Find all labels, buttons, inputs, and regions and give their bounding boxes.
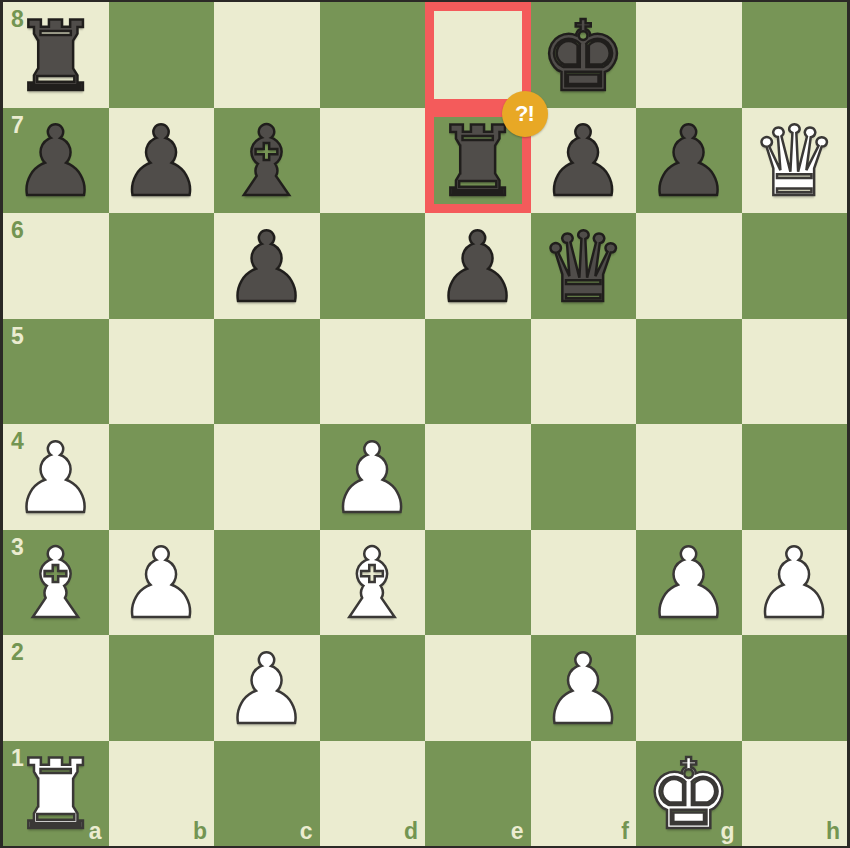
square-g6[interactable] — [636, 213, 742, 319]
square-a8[interactable]: 8♜ — [3, 2, 109, 108]
square-g1[interactable]: g♚ — [636, 741, 742, 847]
square-g7[interactable]: ♟ — [636, 108, 742, 214]
black-bishop-c7[interactable]: ♝ — [214, 108, 320, 214]
rank-label-4: 4 — [11, 428, 24, 455]
inaccuracy-badge-icon: ?! — [502, 91, 548, 137]
square-c7[interactable]: ♝ — [214, 108, 320, 214]
square-g4[interactable] — [636, 424, 742, 530]
square-b5[interactable] — [109, 319, 215, 425]
file-label-g: g — [720, 818, 734, 845]
square-d2[interactable] — [320, 635, 426, 741]
square-b2[interactable] — [109, 635, 215, 741]
black-pawn-g7[interactable]: ♟ — [636, 108, 742, 214]
square-c3[interactable] — [214, 530, 320, 636]
square-a2[interactable]: 2 — [3, 635, 109, 741]
square-c2[interactable]: ♟ — [214, 635, 320, 741]
square-h8[interactable] — [742, 2, 848, 108]
white-pawn-c2[interactable]: ♟ — [214, 635, 320, 741]
square-e3[interactable] — [425, 530, 531, 636]
square-d4[interactable]: ♟ — [320, 424, 426, 530]
square-b8[interactable] — [109, 2, 215, 108]
white-pawn-f2[interactable]: ♟ — [531, 635, 637, 741]
black-king-f8[interactable]: ♚ — [531, 2, 637, 108]
square-a3[interactable]: 3♝ — [3, 530, 109, 636]
square-e8[interactable] — [425, 2, 531, 108]
rank-label-2: 2 — [11, 639, 24, 666]
square-b1[interactable]: b — [109, 741, 215, 847]
white-queen-h7[interactable]: ♛ — [742, 108, 848, 214]
square-c4[interactable] — [214, 424, 320, 530]
square-f3[interactable] — [531, 530, 637, 636]
square-e1[interactable]: e — [425, 741, 531, 847]
square-e2[interactable] — [425, 635, 531, 741]
square-d3[interactable]: ♝ — [320, 530, 426, 636]
square-f8[interactable]: ♚ — [531, 2, 637, 108]
rank-label-7: 7 — [11, 112, 24, 139]
square-b4[interactable] — [109, 424, 215, 530]
square-e4[interactable] — [425, 424, 531, 530]
chess-board: 8♜♚7♟♟♝♜♟♟♛6♟♟♛54♟♟3♝♟♝♟♟2♟♟1a♜bcdefg♚h?… — [3, 2, 847, 846]
file-label-d: d — [404, 818, 418, 845]
square-a7[interactable]: 7♟ — [3, 108, 109, 214]
rank-label-1: 1 — [11, 745, 24, 772]
square-a5[interactable]: 5 — [3, 319, 109, 425]
rank-label-3: 3 — [11, 534, 24, 561]
square-f4[interactable] — [531, 424, 637, 530]
square-d7[interactable] — [320, 108, 426, 214]
white-pawn-g3[interactable]: ♟ — [636, 530, 742, 636]
square-a1[interactable]: 1a♜ — [3, 741, 109, 847]
square-h1[interactable]: h — [742, 741, 848, 847]
square-e5[interactable] — [425, 319, 531, 425]
square-f7[interactable]: ♟ — [531, 108, 637, 214]
square-e6[interactable]: ♟ — [425, 213, 531, 319]
square-g5[interactable] — [636, 319, 742, 425]
square-h6[interactable] — [742, 213, 848, 319]
square-d1[interactable]: d — [320, 741, 426, 847]
square-f1[interactable]: f — [531, 741, 637, 847]
square-a4[interactable]: 4♟ — [3, 424, 109, 530]
square-g2[interactable] — [636, 635, 742, 741]
square-b6[interactable] — [109, 213, 215, 319]
square-c1[interactable]: c — [214, 741, 320, 847]
black-pawn-b7[interactable]: ♟ — [109, 108, 215, 214]
square-g8[interactable] — [636, 2, 742, 108]
square-a6[interactable]: 6 — [3, 213, 109, 319]
square-d5[interactable] — [320, 319, 426, 425]
file-label-b: b — [193, 818, 207, 845]
square-b3[interactable]: ♟ — [109, 530, 215, 636]
black-queen-f6[interactable]: ♛ — [531, 213, 637, 319]
square-b7[interactable]: ♟ — [109, 108, 215, 214]
rank-label-5: 5 — [11, 323, 24, 350]
square-f5[interactable] — [531, 319, 637, 425]
file-label-c: c — [300, 818, 313, 845]
rank-label-6: 6 — [11, 217, 24, 244]
white-bishop-d3[interactable]: ♝ — [320, 530, 426, 636]
square-h7[interactable]: ♛ — [742, 108, 848, 214]
file-label-h: h — [826, 818, 840, 845]
white-pawn-d4[interactable]: ♟ — [320, 424, 426, 530]
rank-label-8: 8 — [11, 6, 24, 33]
black-pawn-e6[interactable]: ♟ — [425, 213, 531, 319]
square-d6[interactable] — [320, 213, 426, 319]
file-label-a: a — [89, 818, 102, 845]
square-g3[interactable]: ♟ — [636, 530, 742, 636]
black-pawn-f7[interactable]: ♟ — [531, 108, 637, 214]
chessboard-screenshot: { "game": "chess", "position": { "fen": … — [0, 0, 850, 848]
square-h4[interactable] — [742, 424, 848, 530]
square-c5[interactable] — [214, 319, 320, 425]
square-c8[interactable] — [214, 2, 320, 108]
file-label-f: f — [621, 818, 629, 845]
square-f2[interactable]: ♟ — [531, 635, 637, 741]
white-pawn-h3[interactable]: ♟ — [742, 530, 848, 636]
square-h3[interactable]: ♟ — [742, 530, 848, 636]
square-h2[interactable] — [742, 635, 848, 741]
black-pawn-c6[interactable]: ♟ — [214, 213, 320, 319]
file-label-e: e — [511, 818, 524, 845]
white-pawn-b3[interactable]: ♟ — [109, 530, 215, 636]
square-h5[interactable] — [742, 319, 848, 425]
square-f6[interactable]: ♛ — [531, 213, 637, 319]
square-d8[interactable] — [320, 2, 426, 108]
square-c6[interactable]: ♟ — [214, 213, 320, 319]
